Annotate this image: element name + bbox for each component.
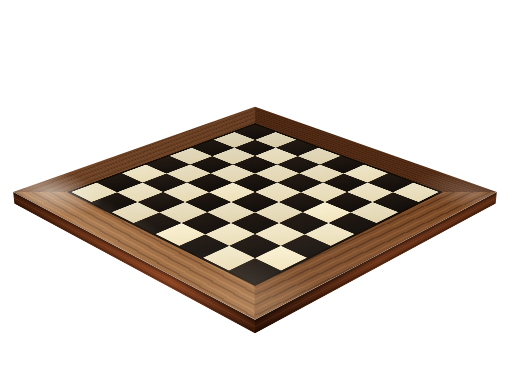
square-b3 [255,223,305,246]
product-photo-background [0,0,510,384]
square-d1 [156,223,206,246]
square-g1 [91,192,138,212]
square-c5 [278,192,325,212]
square-d3 [207,202,255,223]
square-e2 [159,202,207,223]
square-a1 [229,258,282,284]
square-d4 [232,192,279,212]
square-a7 [372,192,419,212]
square-c1 [179,234,230,258]
square-a3 [280,234,331,258]
square-f2 [138,192,185,212]
square-b4 [279,212,328,234]
square-b6 [325,192,372,212]
square-f1 [112,202,160,223]
board-top-face [13,107,497,320]
square-d2 [182,212,231,234]
square-a4 [305,223,355,246]
square-c4 [255,202,303,223]
square-a5 [328,212,377,234]
chessboard [13,107,497,320]
square-c2 [205,223,255,246]
square-b5 [303,202,351,223]
square-a2 [255,246,307,271]
square-b1 [203,246,255,271]
square-e1 [133,212,182,234]
square-b2 [230,234,281,258]
square-a6 [351,202,399,223]
square-e3 [185,192,232,212]
square-c3 [231,212,280,234]
